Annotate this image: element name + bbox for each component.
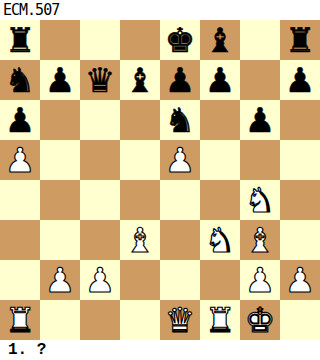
square-c8[interactable] xyxy=(80,20,120,60)
black-pawn: ♟ xyxy=(205,60,235,100)
white-pawn: ♟ xyxy=(85,260,115,300)
square-h5[interactable] xyxy=(280,140,320,180)
square-b5[interactable] xyxy=(40,140,80,180)
black-bishop: ♝ xyxy=(205,20,235,60)
square-d2[interactable] xyxy=(120,260,160,300)
square-b7[interactable]: ♟ xyxy=(40,60,80,100)
square-g8[interactable] xyxy=(240,20,280,60)
square-h2[interactable]: ♟ xyxy=(280,260,320,300)
square-h3[interactable] xyxy=(280,220,320,260)
square-a8[interactable]: ♜ xyxy=(0,20,40,60)
black-rook: ♜ xyxy=(285,20,315,60)
square-a1[interactable]: ♜ xyxy=(0,300,40,340)
white-rook: ♜ xyxy=(205,300,235,340)
square-a5[interactable]: ♟ xyxy=(0,140,40,180)
square-c5[interactable] xyxy=(80,140,120,180)
black-rook: ♜ xyxy=(5,20,35,60)
square-e8[interactable]: ♚ xyxy=(160,20,200,60)
black-pawn: ♟ xyxy=(245,100,275,140)
square-f5[interactable] xyxy=(200,140,240,180)
white-rook: ♜ xyxy=(5,300,35,340)
square-c1[interactable] xyxy=(80,300,120,340)
square-g3[interactable]: ♝ xyxy=(240,220,280,260)
white-pawn: ♟ xyxy=(285,260,315,300)
square-h8[interactable]: ♜ xyxy=(280,20,320,60)
white-knight: ♞ xyxy=(205,220,235,260)
black-pawn: ♟ xyxy=(45,60,75,100)
square-d5[interactable] xyxy=(120,140,160,180)
square-d7[interactable]: ♝ xyxy=(120,60,160,100)
black-queen: ♛ xyxy=(85,60,115,100)
black-knight: ♞ xyxy=(5,60,35,100)
square-e3[interactable] xyxy=(160,220,200,260)
square-e2[interactable] xyxy=(160,260,200,300)
white-knight: ♞ xyxy=(245,180,275,220)
square-h1[interactable] xyxy=(280,300,320,340)
square-d4[interactable] xyxy=(120,180,160,220)
square-e6[interactable]: ♞ xyxy=(160,100,200,140)
black-knight: ♞ xyxy=(165,100,195,140)
square-f3[interactable]: ♞ xyxy=(200,220,240,260)
titlebar: ECM.507 xyxy=(0,0,320,20)
square-a2[interactable] xyxy=(0,260,40,300)
square-g5[interactable] xyxy=(240,140,280,180)
page-title: ECM.507 xyxy=(3,0,59,20)
statusbar: 1. ? xyxy=(0,340,320,360)
square-f4[interactable] xyxy=(200,180,240,220)
square-d6[interactable] xyxy=(120,100,160,140)
black-pawn: ♟ xyxy=(285,60,315,100)
square-e4[interactable] xyxy=(160,180,200,220)
square-a7[interactable]: ♞ xyxy=(0,60,40,100)
black-pawn: ♟ xyxy=(165,60,195,100)
white-bishop: ♝ xyxy=(125,220,155,260)
square-e1[interactable]: ♛ xyxy=(160,300,200,340)
square-h7[interactable]: ♟ xyxy=(280,60,320,100)
white-pawn: ♟ xyxy=(165,140,195,180)
white-bishop: ♝ xyxy=(245,220,275,260)
square-g4[interactable]: ♞ xyxy=(240,180,280,220)
black-king: ♚ xyxy=(165,20,195,60)
square-e5[interactable]: ♟ xyxy=(160,140,200,180)
white-king: ♚ xyxy=(245,300,275,340)
square-g2[interactable]: ♟ xyxy=(240,260,280,300)
square-d8[interactable] xyxy=(120,20,160,60)
square-f6[interactable] xyxy=(200,100,240,140)
black-pawn: ♟ xyxy=(5,100,35,140)
white-pawn: ♟ xyxy=(5,140,35,180)
square-h4[interactable] xyxy=(280,180,320,220)
square-g6[interactable]: ♟ xyxy=(240,100,280,140)
white-queen: ♛ xyxy=(165,300,195,340)
square-d1[interactable] xyxy=(120,300,160,340)
square-b4[interactable] xyxy=(40,180,80,220)
square-d3[interactable]: ♝ xyxy=(120,220,160,260)
square-f2[interactable] xyxy=(200,260,240,300)
square-e7[interactable]: ♟ xyxy=(160,60,200,100)
square-g1[interactable]: ♚ xyxy=(240,300,280,340)
square-c4[interactable] xyxy=(80,180,120,220)
black-bishop: ♝ xyxy=(125,60,155,100)
white-pawn: ♟ xyxy=(45,260,75,300)
square-g7[interactable] xyxy=(240,60,280,100)
square-b2[interactable]: ♟ xyxy=(40,260,80,300)
square-b1[interactable] xyxy=(40,300,80,340)
chess-board: ♜♚♝♜♞♟♛♝♟♟♟♟♞♟♟♟♞♝♞♝♟♟♟♟♜♛♜♚ xyxy=(0,20,320,340)
square-a3[interactable] xyxy=(0,220,40,260)
move-prompt: 1. ? xyxy=(8,340,46,360)
square-f8[interactable]: ♝ xyxy=(200,20,240,60)
square-c2[interactable]: ♟ xyxy=(80,260,120,300)
square-f1[interactable]: ♜ xyxy=(200,300,240,340)
square-b3[interactable] xyxy=(40,220,80,260)
square-b8[interactable] xyxy=(40,20,80,60)
square-h6[interactable] xyxy=(280,100,320,140)
square-f7[interactable]: ♟ xyxy=(200,60,240,100)
square-a6[interactable]: ♟ xyxy=(0,100,40,140)
square-c3[interactable] xyxy=(80,220,120,260)
square-c7[interactable]: ♛ xyxy=(80,60,120,100)
square-a4[interactable] xyxy=(0,180,40,220)
white-pawn: ♟ xyxy=(245,260,275,300)
square-c6[interactable] xyxy=(80,100,120,140)
chess-app-window: ECM.507 ♜♚♝♜♞♟♛♝♟♟♟♟♞♟♟♟♞♝♞♝♟♟♟♟♜♛♜♚ 1. … xyxy=(0,0,320,360)
square-b6[interactable] xyxy=(40,100,80,140)
